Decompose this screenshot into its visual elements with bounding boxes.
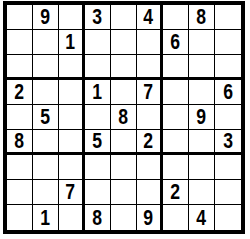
cell-r8c9[interactable] — [215, 180, 241, 205]
cell-r3c6[interactable] — [137, 55, 163, 80]
cell-r3c5[interactable] — [111, 55, 137, 80]
cell-r6c9[interactable]: 3 — [215, 130, 241, 155]
cell-r4c3[interactable] — [59, 80, 85, 105]
cell-r3c2[interactable] — [33, 55, 59, 80]
cell-r3c3[interactable] — [59, 55, 85, 80]
cell-r1c1[interactable] — [7, 5, 33, 30]
cell-r6c6[interactable]: 2 — [137, 130, 163, 155]
cell-r7c2[interactable] — [33, 155, 59, 180]
cell-r9c7[interactable] — [163, 205, 189, 230]
cell-r6c3[interactable] — [59, 130, 85, 155]
cell-r7c6[interactable] — [137, 155, 163, 180]
cell-r9c1[interactable] — [7, 205, 33, 230]
cell-r5c9[interactable] — [215, 105, 241, 130]
cell-r1c4[interactable]: 3 — [85, 5, 111, 30]
given-digit: 6 — [171, 31, 181, 53]
cell-r5c7[interactable] — [163, 105, 189, 130]
given-digit: 7 — [66, 181, 76, 203]
cell-r1c5[interactable] — [111, 5, 137, 30]
given-digit: 4 — [144, 6, 154, 28]
given-digit: 8 — [119, 106, 129, 128]
given-digit: 8 — [15, 130, 25, 152]
cell-r4c6[interactable]: 7 — [137, 80, 163, 105]
cell-r6c8[interactable] — [189, 130, 215, 155]
cell-r8c3[interactable]: 7 — [59, 180, 85, 205]
cell-r7c5[interactable] — [111, 155, 137, 180]
cell-r2c5[interactable] — [111, 30, 137, 55]
cell-r4c9[interactable]: 6 — [215, 80, 241, 105]
cell-r3c8[interactable] — [189, 55, 215, 80]
given-digit: 1 — [66, 31, 76, 53]
cell-r9c2[interactable]: 1 — [33, 205, 59, 230]
cell-r3c1[interactable] — [7, 55, 33, 80]
given-digit: 9 — [197, 106, 207, 128]
cell-r7c1[interactable] — [7, 155, 33, 180]
given-digit: 4 — [197, 207, 207, 229]
cell-r4c5[interactable] — [111, 80, 137, 105]
cell-r8c2[interactable] — [33, 180, 59, 205]
cell-r6c2[interactable] — [33, 130, 59, 155]
cell-r9c3[interactable] — [59, 205, 85, 230]
given-digit: 8 — [93, 207, 103, 229]
cell-r1c3[interactable] — [59, 5, 85, 30]
given-digit: 5 — [93, 130, 103, 152]
cell-r5c5[interactable]: 8 — [111, 105, 137, 130]
given-digit: 2 — [15, 81, 25, 103]
cell-r6c7[interactable] — [163, 130, 189, 155]
given-digit: 2 — [171, 181, 181, 203]
cell-r9c8[interactable]: 4 — [189, 205, 215, 230]
cell-r6c5[interactable] — [111, 130, 137, 155]
cell-r7c4[interactable] — [85, 155, 111, 180]
given-digit: 7 — [144, 81, 154, 103]
cell-r8c8[interactable] — [189, 180, 215, 205]
cell-r7c9[interactable] — [215, 155, 241, 180]
given-digit: 1 — [93, 81, 103, 103]
cell-r5c2[interactable]: 5 — [33, 105, 59, 130]
cell-r6c4[interactable]: 5 — [85, 130, 111, 155]
cell-r1c8[interactable]: 8 — [189, 5, 215, 30]
cell-r7c7[interactable] — [163, 155, 189, 180]
cell-r9c6[interactable]: 9 — [137, 205, 163, 230]
cell-r5c6[interactable] — [137, 105, 163, 130]
cell-r5c4[interactable] — [85, 105, 111, 130]
cell-r4c4[interactable]: 1 — [85, 80, 111, 105]
cell-r8c1[interactable] — [7, 180, 33, 205]
cell-r9c5[interactable] — [111, 205, 137, 230]
cell-r1c7[interactable] — [163, 5, 189, 30]
cell-r4c8[interactable] — [189, 80, 215, 105]
cell-r9c4[interactable]: 8 — [85, 205, 111, 230]
cell-r5c1[interactable] — [7, 105, 33, 130]
cell-r8c5[interactable] — [111, 180, 137, 205]
given-digit: 8 — [197, 6, 207, 28]
cell-r2c6[interactable] — [137, 30, 163, 55]
given-digit: 2 — [144, 130, 154, 152]
cell-r8c4[interactable] — [85, 180, 111, 205]
given-digit: 1 — [41, 207, 51, 229]
cell-r1c6[interactable]: 4 — [137, 5, 163, 30]
given-digit: 3 — [93, 6, 103, 28]
given-digit: 3 — [223, 130, 233, 152]
cell-r2c7[interactable]: 6 — [163, 30, 189, 55]
cell-r5c3[interactable] — [59, 105, 85, 130]
sudoku-board: 93481621765898523721894 — [3, 1, 245, 234]
cell-r2c8[interactable] — [189, 30, 215, 55]
cell-r1c2[interactable]: 9 — [33, 5, 59, 30]
cell-r8c7[interactable]: 2 — [163, 180, 189, 205]
cell-r4c1[interactable]: 2 — [7, 80, 33, 105]
cell-r2c9[interactable] — [215, 30, 241, 55]
cell-r3c4[interactable] — [85, 55, 111, 80]
cell-r3c9[interactable] — [215, 55, 241, 80]
cell-r7c8[interactable] — [189, 155, 215, 180]
cell-r4c7[interactable] — [163, 80, 189, 105]
cell-r4c2[interactable] — [33, 80, 59, 105]
cell-r5c8[interactable]: 9 — [189, 105, 215, 130]
cell-r2c2[interactable] — [33, 30, 59, 55]
cell-r6c1[interactable]: 8 — [7, 130, 33, 155]
cell-r9c9[interactable] — [215, 205, 241, 230]
given-digit: 5 — [41, 106, 51, 128]
cell-r8c6[interactable] — [137, 180, 163, 205]
cell-r2c3[interactable]: 1 — [59, 30, 85, 55]
given-digit: 9 — [144, 207, 154, 229]
cell-r3c7[interactable] — [163, 55, 189, 80]
cell-r2c1[interactable] — [7, 30, 33, 55]
given-digit: 9 — [41, 6, 51, 28]
cell-r2c4[interactable] — [85, 30, 111, 55]
cell-r7c3[interactable] — [59, 155, 85, 180]
cell-r1c9[interactable] — [215, 5, 241, 30]
given-digit: 6 — [223, 81, 233, 103]
